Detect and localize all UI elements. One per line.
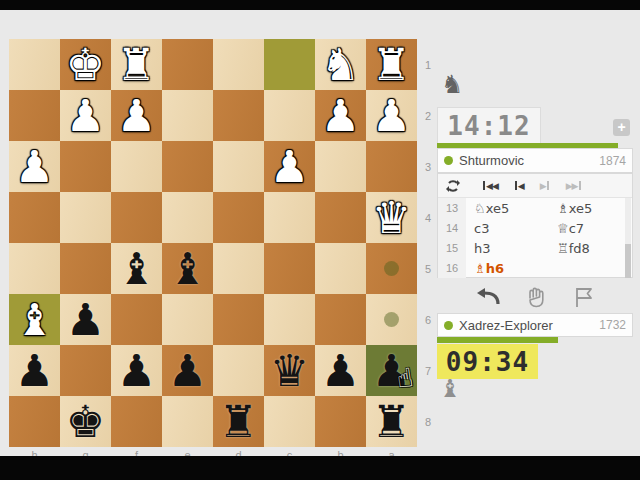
- rank-label-1: 1: [422, 39, 431, 90]
- takeback-button[interactable]: [475, 287, 501, 307]
- rank-label-3: 3: [422, 141, 431, 192]
- square-g2[interactable]: ♟: [60, 90, 111, 141]
- move-row: 14c3♕c7: [438, 218, 632, 238]
- square-d4[interactable]: [213, 192, 264, 243]
- player-time-bar: [437, 337, 558, 343]
- square-c2[interactable]: [264, 90, 315, 141]
- move-list: 13♘xe5♗xe514c3♕c715h3♖fd816♗h6: [438, 198, 632, 278]
- opponent-player-bar: Shturmovic 1874: [437, 148, 633, 173]
- black-bishop: ♝: [117, 243, 156, 294]
- black-rook: ♜: [219, 396, 258, 447]
- square-h2[interactable]: [9, 90, 60, 141]
- square-b1[interactable]: ♞: [315, 39, 366, 90]
- square-b7[interactable]: ♟: [315, 345, 366, 396]
- draw-offer-hand-icon[interactable]: [525, 286, 549, 308]
- square-h7[interactable]: ♟: [9, 345, 60, 396]
- opponent-rating: 1874: [599, 154, 626, 168]
- mouse-cursor: ☝: [395, 362, 415, 394]
- square-f5[interactable]: ♝: [111, 243, 162, 294]
- square-c5[interactable]: [264, 243, 315, 294]
- white-move[interactable]: h3: [466, 241, 549, 256]
- square-d5[interactable]: [213, 243, 264, 294]
- analysis-cycle-icon[interactable]: [446, 179, 460, 193]
- rank-label-2: 2: [422, 90, 431, 141]
- square-f3[interactable]: [111, 141, 162, 192]
- rank-label-7: 7: [422, 345, 431, 396]
- move-list-panel: ◀◀◀▶▶▶ 13♘xe5♗xe514c3♕c715h3♖fd816♗h6: [437, 173, 633, 278]
- resign-flag-icon[interactable]: [573, 286, 595, 308]
- black-king: ♚: [66, 396, 105, 447]
- move-row: 13♘xe5♗xe5: [438, 198, 632, 218]
- rank-label-5: 5: [422, 243, 431, 294]
- black-bishop: ♝: [168, 243, 207, 294]
- player-name[interactable]: Xadrez-Explorer: [459, 318, 599, 333]
- online-indicator: [444, 156, 453, 165]
- square-h3[interactable]: ♟: [9, 141, 60, 192]
- square-d6[interactable]: [213, 294, 264, 345]
- move-number: 15: [438, 238, 466, 258]
- game-action-buttons: [437, 282, 633, 312]
- white-pawn: ♟: [270, 141, 309, 192]
- white-move[interactable]: ♗h6: [466, 261, 549, 276]
- square-g4[interactable]: [60, 192, 111, 243]
- square-d1[interactable]: [213, 39, 264, 90]
- black-pawn: ♟: [15, 345, 54, 396]
- captured-knight-icon: ♞: [441, 70, 463, 99]
- white-move[interactable]: ♘xe5: [466, 201, 549, 216]
- opponent-name[interactable]: Shturmovic: [459, 153, 599, 168]
- chess-board[interactable]: ♚♜♞♜♟♟♟♟♟♟♛♝♝♝♟♟♟♟♛♟♟☝♚♜♜: [9, 39, 417, 447]
- move-number: 14: [438, 218, 466, 238]
- square-a2[interactable]: ♟: [366, 90, 417, 141]
- white-pawn: ♟: [117, 90, 156, 141]
- square-g8[interactable]: ♚: [60, 396, 111, 447]
- square-e8[interactable]: [162, 396, 213, 447]
- square-a8[interactable]: ♜: [366, 396, 417, 447]
- square-e6[interactable]: [162, 294, 213, 345]
- square-a1[interactable]: ♜: [366, 39, 417, 90]
- square-b2[interactable]: ♟: [315, 90, 366, 141]
- square-c4[interactable]: [264, 192, 315, 243]
- white-pawn: ♟: [372, 90, 411, 141]
- square-c8[interactable]: [264, 396, 315, 447]
- square-a5[interactable]: [366, 243, 417, 294]
- rank-coordinates: 12345678: [422, 39, 431, 447]
- page-background: ♚♜♞♜♟♟♟♟♟♟♛♝♝♝♟♟♟♟♛♟♟☝♚♜♜ hgfedcba 12345…: [0, 10, 640, 456]
- rank-label-4: 4: [422, 192, 431, 243]
- player-rating: 1732: [599, 318, 626, 332]
- square-a7[interactable]: ♟☝: [366, 345, 417, 396]
- square-d2[interactable]: [213, 90, 264, 141]
- square-e7[interactable]: ♟: [162, 345, 213, 396]
- white-rook: ♜: [117, 39, 156, 90]
- square-f8[interactable]: [111, 396, 162, 447]
- white-bishop: ♝: [15, 294, 54, 345]
- add-time-button[interactable]: +: [613, 119, 630, 136]
- rank-label-6: 6: [422, 294, 431, 345]
- square-f2[interactable]: ♟: [111, 90, 162, 141]
- square-e3[interactable]: [162, 141, 213, 192]
- square-b6[interactable]: [315, 294, 366, 345]
- square-e5[interactable]: ♝: [162, 243, 213, 294]
- square-g1[interactable]: ♚: [60, 39, 111, 90]
- white-knight: ♞: [321, 39, 360, 90]
- square-e1[interactable]: [162, 39, 213, 90]
- opponent-clock: 14:12: [437, 107, 541, 145]
- square-e2[interactable]: [162, 90, 213, 141]
- square-d3[interactable]: [213, 141, 264, 192]
- move-row: 15h3♖fd8: [438, 238, 632, 258]
- square-g3[interactable]: [60, 141, 111, 192]
- square-b5[interactable]: [315, 243, 366, 294]
- black-pawn: ♟: [321, 345, 360, 396]
- black-pawn: ♟: [168, 345, 207, 396]
- white-king: ♚: [66, 39, 105, 90]
- square-c1[interactable]: [264, 39, 315, 90]
- square-h1[interactable]: [9, 39, 60, 90]
- bottom-letterbox: [0, 456, 640, 480]
- white-pawn: ♟: [15, 141, 54, 192]
- move-list-scrollbar[interactable]: [625, 198, 631, 278]
- square-b4[interactable]: [315, 192, 366, 243]
- white-rook: ♜: [372, 39, 411, 90]
- first-move-button[interactable]: ◀◀: [482, 181, 498, 191]
- square-c6[interactable]: [264, 294, 315, 345]
- black-pawn: ♟: [66, 294, 105, 345]
- square-a4[interactable]: ♛: [366, 192, 417, 243]
- white-queen: ♛: [372, 192, 411, 243]
- move-number: 16: [438, 258, 466, 278]
- square-h6[interactable]: ♝: [9, 294, 60, 345]
- square-f1[interactable]: ♜: [111, 39, 162, 90]
- rank-label-8: 8: [422, 396, 431, 447]
- online-indicator: [444, 321, 453, 330]
- square-g5[interactable]: [60, 243, 111, 294]
- square-h5[interactable]: [9, 243, 60, 294]
- move-hint-dot[interactable]: [384, 261, 399, 276]
- square-a6[interactable]: [366, 294, 417, 345]
- square-h4[interactable]: [9, 192, 60, 243]
- square-d7[interactable]: [213, 345, 264, 396]
- square-g7[interactable]: [60, 345, 111, 396]
- black-rook: ♜: [372, 396, 411, 447]
- next-move-button[interactable]: ▶: [540, 181, 550, 191]
- white-pawn: ♟: [321, 90, 360, 141]
- chess-app-window: { "game": "chess", "position": { "fen": …: [0, 0, 640, 480]
- square-h8[interactable]: [9, 396, 60, 447]
- last-move-button[interactable]: ▶▶: [566, 181, 582, 191]
- move-hint-dot[interactable]: [384, 312, 399, 327]
- square-f7[interactable]: ♟: [111, 345, 162, 396]
- black-pawn: ♟: [117, 345, 156, 396]
- move-number: 13: [438, 198, 466, 218]
- move-navigation: ◀◀◀▶▶▶: [438, 174, 632, 198]
- square-b8[interactable]: [315, 396, 366, 447]
- white-move[interactable]: c3: [466, 221, 549, 236]
- square-f6[interactable]: [111, 294, 162, 345]
- black-move[interactable]: ♖fd8: [549, 241, 632, 256]
- square-d8[interactable]: ♜: [213, 396, 264, 447]
- black-move[interactable]: ♗xe5: [549, 201, 632, 216]
- previous-move-button[interactable]: ◀: [514, 181, 524, 191]
- square-c3[interactable]: ♟: [264, 141, 315, 192]
- move-row: 16♗h6: [438, 258, 632, 278]
- square-g6[interactable]: ♟: [60, 294, 111, 345]
- square-e4[interactable]: [162, 192, 213, 243]
- square-c7[interactable]: ♛: [264, 345, 315, 396]
- top-letterbox: [0, 0, 640, 10]
- square-f4[interactable]: [111, 192, 162, 243]
- white-pawn: ♟: [66, 90, 105, 141]
- square-b3[interactable]: [315, 141, 366, 192]
- player-bar: Xadrez-Explorer 1732: [437, 313, 633, 337]
- black-move[interactable]: ♕c7: [549, 221, 632, 236]
- square-a3[interactable]: [366, 141, 417, 192]
- black-queen: ♛: [270, 345, 309, 396]
- captured-bishop-icon: ♝: [439, 374, 461, 403]
